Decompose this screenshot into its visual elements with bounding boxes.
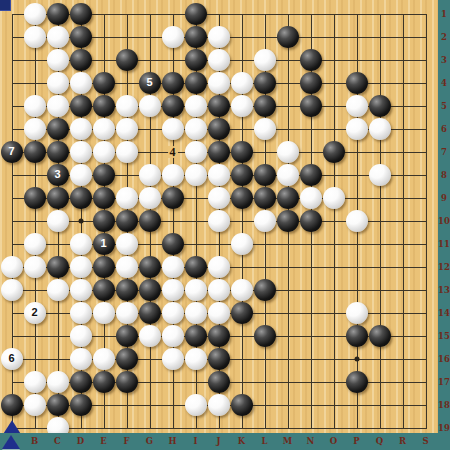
stone-white-H15[interactable] bbox=[162, 325, 184, 347]
stone-black-P4[interactable] bbox=[346, 72, 368, 94]
stone-white-F5[interactable] bbox=[116, 95, 138, 117]
stone-black-C18[interactable] bbox=[47, 394, 69, 416]
stone-black-F16[interactable] bbox=[116, 348, 138, 370]
stone-black-J5[interactable] bbox=[208, 95, 230, 117]
stone-black-Q15[interactable] bbox=[369, 325, 391, 347]
move-number-label: 5 bbox=[146, 77, 152, 88]
stone-black-C9[interactable] bbox=[47, 187, 69, 209]
stone-white-K13[interactable] bbox=[231, 279, 253, 301]
row-label-14: 14 bbox=[438, 308, 450, 318]
row-label-13: 13 bbox=[438, 285, 450, 295]
corner-square-icon bbox=[0, 0, 11, 11]
column-label-K: K bbox=[238, 436, 245, 446]
stone-white-N9[interactable] bbox=[300, 187, 322, 209]
stone-white-M8[interactable] bbox=[277, 164, 299, 186]
stone-white-I16[interactable] bbox=[185, 348, 207, 370]
stone-white-D4[interactable] bbox=[70, 72, 92, 94]
stone-white-B17[interactable] bbox=[24, 371, 46, 393]
stone-white-C5[interactable] bbox=[47, 95, 69, 117]
stone-white-C2[interactable] bbox=[47, 26, 69, 48]
row-label-7: 7 bbox=[441, 147, 447, 157]
column-label-F: F bbox=[123, 436, 129, 446]
stone-black-I1[interactable] bbox=[185, 3, 207, 25]
stone-white-J14[interactable] bbox=[208, 302, 230, 324]
stone-white-C3[interactable] bbox=[47, 49, 69, 71]
stone-white-J13[interactable] bbox=[208, 279, 230, 301]
stone-black-E11[interactable]: 1 bbox=[93, 233, 115, 255]
grid-line bbox=[380, 14, 381, 429]
row-label-16: 16 bbox=[438, 354, 450, 364]
stone-white-G15[interactable] bbox=[139, 325, 161, 347]
column-label-H: H bbox=[168, 436, 176, 446]
stone-black-C1[interactable] bbox=[47, 3, 69, 25]
stone-black-N3[interactable] bbox=[300, 49, 322, 71]
stone-black-N4[interactable] bbox=[300, 72, 322, 94]
stone-white-I18[interactable] bbox=[185, 394, 207, 416]
row-label-11: 11 bbox=[438, 239, 450, 249]
stone-white-J18[interactable] bbox=[208, 394, 230, 416]
stone-black-N5[interactable] bbox=[300, 95, 322, 117]
stone-white-B14[interactable]: 2 bbox=[24, 302, 46, 324]
stone-white-M7[interactable] bbox=[277, 141, 299, 163]
stone-black-L5[interactable] bbox=[254, 95, 276, 117]
stone-black-K8[interactable] bbox=[231, 164, 253, 186]
triangle-icon bbox=[3, 420, 21, 434]
stone-black-D9[interactable] bbox=[70, 187, 92, 209]
stone-white-C17[interactable] bbox=[47, 371, 69, 393]
column-label-E: E bbox=[100, 436, 106, 446]
stone-white-J12[interactable] bbox=[208, 256, 230, 278]
move-number-label: 3 bbox=[54, 169, 60, 180]
stone-white-D16[interactable] bbox=[70, 348, 92, 370]
stone-white-B1[interactable] bbox=[24, 3, 46, 25]
stone-black-B7[interactable] bbox=[24, 141, 46, 163]
stone-black-G12[interactable] bbox=[139, 256, 161, 278]
go-app-window: 5731264 12345678910111213141516171819 AB… bbox=[0, 0, 450, 450]
stone-white-F14[interactable] bbox=[116, 302, 138, 324]
stone-black-H9[interactable] bbox=[162, 187, 184, 209]
row-label-9: 9 bbox=[441, 193, 447, 203]
stone-black-H4[interactable] bbox=[162, 72, 184, 94]
stone-white-Q6[interactable] bbox=[369, 118, 391, 140]
stone-white-F9[interactable] bbox=[116, 187, 138, 209]
stone-black-I3[interactable] bbox=[185, 49, 207, 71]
stone-white-I5[interactable] bbox=[185, 95, 207, 117]
stone-white-H8[interactable] bbox=[162, 164, 184, 186]
stone-white-J9[interactable] bbox=[208, 187, 230, 209]
stone-black-B9[interactable] bbox=[24, 187, 46, 209]
stone-black-K18[interactable] bbox=[231, 394, 253, 416]
stone-black-G4[interactable]: 5 bbox=[139, 72, 161, 94]
column-label-J: J bbox=[216, 436, 220, 446]
stone-black-G13[interactable] bbox=[139, 279, 161, 301]
stone-black-P17[interactable] bbox=[346, 371, 368, 393]
stone-white-P14[interactable] bbox=[346, 302, 368, 324]
stone-white-L3[interactable] bbox=[254, 49, 276, 71]
stone-black-D1[interactable] bbox=[70, 3, 92, 25]
stone-black-K7[interactable] bbox=[231, 141, 253, 163]
grid-line bbox=[12, 428, 427, 429]
move-number-label: 1 bbox=[100, 238, 106, 249]
column-label-R: R bbox=[399, 436, 406, 446]
stone-white-J3[interactable] bbox=[208, 49, 230, 71]
stone-white-O9[interactable] bbox=[323, 187, 345, 209]
row-coordinates-strip: 12345678910111213141516171819 bbox=[438, 0, 450, 433]
stone-black-Q5[interactable] bbox=[369, 95, 391, 117]
stone-black-J16[interactable] bbox=[208, 348, 230, 370]
stone-white-F12[interactable] bbox=[116, 256, 138, 278]
stone-black-I15[interactable] bbox=[185, 325, 207, 347]
stone-black-O7[interactable] bbox=[323, 141, 345, 163]
stone-white-D13[interactable] bbox=[70, 279, 92, 301]
column-label-G: G bbox=[146, 436, 153, 446]
stone-white-D11[interactable] bbox=[70, 233, 92, 255]
stone-white-B11[interactable] bbox=[24, 233, 46, 255]
stone-white-P10[interactable] bbox=[346, 210, 368, 232]
stone-black-E10[interactable] bbox=[93, 210, 115, 232]
stone-white-P6[interactable] bbox=[346, 118, 368, 140]
stone-black-K14[interactable] bbox=[231, 302, 253, 324]
column-label-P: P bbox=[353, 436, 359, 446]
star-point bbox=[354, 356, 359, 361]
row-label-4: 4 bbox=[441, 78, 447, 88]
row-label-19: 19 bbox=[438, 423, 450, 433]
column-label-I: I bbox=[194, 436, 198, 446]
stone-white-G9[interactable] bbox=[139, 187, 161, 209]
stone-black-E4[interactable] bbox=[93, 72, 115, 94]
stone-black-F15[interactable] bbox=[116, 325, 138, 347]
stone-white-H12[interactable] bbox=[162, 256, 184, 278]
stone-white-L6[interactable] bbox=[254, 118, 276, 140]
stone-black-N8[interactable] bbox=[300, 164, 322, 186]
stone-white-F11[interactable] bbox=[116, 233, 138, 255]
column-label-B: B bbox=[31, 436, 38, 446]
stone-black-I12[interactable] bbox=[185, 256, 207, 278]
stone-white-Q8[interactable] bbox=[369, 164, 391, 186]
stone-black-E5[interactable] bbox=[93, 95, 115, 117]
stone-white-F6[interactable] bbox=[116, 118, 138, 140]
row-label-5: 5 bbox=[441, 101, 447, 111]
stone-black-F3[interactable] bbox=[116, 49, 138, 71]
row-label-1: 1 bbox=[441, 9, 447, 19]
stone-black-J6[interactable] bbox=[208, 118, 230, 140]
stone-white-E14[interactable] bbox=[93, 302, 115, 324]
stone-black-E9[interactable] bbox=[93, 187, 115, 209]
stone-black-L13[interactable] bbox=[254, 279, 276, 301]
triangle-icon bbox=[2, 435, 20, 449]
stone-white-J8[interactable] bbox=[208, 164, 230, 186]
grid-line bbox=[426, 14, 427, 429]
column-label-D: D bbox=[77, 436, 84, 446]
row-label-15: 15 bbox=[438, 331, 450, 341]
stone-white-H13[interactable] bbox=[162, 279, 184, 301]
row-label-6: 6 bbox=[441, 124, 447, 134]
stone-black-C12[interactable] bbox=[47, 256, 69, 278]
row-label-12: 12 bbox=[438, 262, 450, 272]
stone-white-K4[interactable] bbox=[231, 72, 253, 94]
stone-white-G5[interactable] bbox=[139, 95, 161, 117]
row-label-3: 3 bbox=[441, 55, 447, 65]
stone-white-H2[interactable] bbox=[162, 26, 184, 48]
stone-white-C10[interactable] bbox=[47, 210, 69, 232]
grid-line bbox=[334, 14, 335, 429]
stone-white-D14[interactable] bbox=[70, 302, 92, 324]
stone-white-B2[interactable] bbox=[24, 26, 46, 48]
stone-black-J7[interactable] bbox=[208, 141, 230, 163]
stone-white-K5[interactable] bbox=[231, 95, 253, 117]
stone-black-M2[interactable] bbox=[277, 26, 299, 48]
stone-black-C6[interactable] bbox=[47, 118, 69, 140]
stone-black-D2[interactable] bbox=[70, 26, 92, 48]
stone-white-G8[interactable] bbox=[139, 164, 161, 186]
stone-white-L10[interactable] bbox=[254, 210, 276, 232]
stone-black-I4[interactable] bbox=[185, 72, 207, 94]
grid-line bbox=[403, 14, 404, 429]
stone-white-D15[interactable] bbox=[70, 325, 92, 347]
stone-white-P5[interactable] bbox=[346, 95, 368, 117]
stone-white-D7[interactable] bbox=[70, 141, 92, 163]
stone-white-I6[interactable] bbox=[185, 118, 207, 140]
column-label-L: L bbox=[262, 436, 268, 446]
stone-white-I7[interactable] bbox=[185, 141, 207, 163]
stone-black-L15[interactable] bbox=[254, 325, 276, 347]
nav-triangle-button[interactable] bbox=[2, 435, 20, 449]
stone-white-K11[interactable] bbox=[231, 233, 253, 255]
stone-black-J17[interactable] bbox=[208, 371, 230, 393]
stone-black-F13[interactable] bbox=[116, 279, 138, 301]
stone-black-A18[interactable] bbox=[1, 394, 23, 416]
stone-black-N10[interactable] bbox=[300, 210, 322, 232]
stone-black-L4[interactable] bbox=[254, 72, 276, 94]
stone-black-L9[interactable] bbox=[254, 187, 276, 209]
stone-black-D3[interactable] bbox=[70, 49, 92, 71]
stone-black-F10[interactable] bbox=[116, 210, 138, 232]
stone-black-E8[interactable] bbox=[93, 164, 115, 186]
move-number-label: 6 bbox=[8, 353, 14, 364]
stone-white-E7[interactable] bbox=[93, 141, 115, 163]
stone-white-H14[interactable] bbox=[162, 302, 184, 324]
column-coordinates-strip: ABCDEFGHIJKLMNOPQRS bbox=[0, 433, 450, 450]
stone-white-E6[interactable] bbox=[93, 118, 115, 140]
stone-white-H6[interactable] bbox=[162, 118, 184, 140]
stone-black-I2[interactable] bbox=[185, 26, 207, 48]
stone-black-D5[interactable] bbox=[70, 95, 92, 117]
column-label-S: S bbox=[422, 436, 428, 446]
stone-black-P15[interactable] bbox=[346, 325, 368, 347]
stone-white-D12[interactable] bbox=[70, 256, 92, 278]
stone-white-A16[interactable]: 6 bbox=[1, 348, 23, 370]
stone-white-J10[interactable] bbox=[208, 210, 230, 232]
stone-black-J15[interactable] bbox=[208, 325, 230, 347]
stone-black-C8[interactable]: 3 bbox=[47, 164, 69, 186]
stone-white-B6[interactable] bbox=[24, 118, 46, 140]
row-label-8: 8 bbox=[441, 170, 447, 180]
column-label-C: C bbox=[54, 436, 61, 446]
move-number-label: 2 bbox=[31, 307, 37, 318]
stone-black-K9[interactable] bbox=[231, 187, 253, 209]
row-label-17: 17 bbox=[438, 377, 450, 387]
stone-white-E16[interactable] bbox=[93, 348, 115, 370]
stone-black-A7[interactable]: 7 bbox=[1, 141, 23, 163]
row-label-2: 2 bbox=[441, 32, 447, 42]
stone-white-J2[interactable] bbox=[208, 26, 230, 48]
stone-black-E13[interactable] bbox=[93, 279, 115, 301]
move-number-label-empty-point: 4 bbox=[168, 146, 178, 158]
stone-black-E17[interactable] bbox=[93, 371, 115, 393]
stone-white-D8[interactable] bbox=[70, 164, 92, 186]
board-triangle-marker bbox=[3, 420, 21, 434]
stone-black-M9[interactable] bbox=[277, 187, 299, 209]
stone-black-C7[interactable] bbox=[47, 141, 69, 163]
stone-white-B5[interactable] bbox=[24, 95, 46, 117]
column-label-M: M bbox=[283, 436, 292, 446]
stone-black-L8[interactable] bbox=[254, 164, 276, 186]
go-board[interactable]: 5731264 bbox=[0, 0, 438, 433]
stone-white-F7[interactable] bbox=[116, 141, 138, 163]
stone-white-I13[interactable] bbox=[185, 279, 207, 301]
stone-black-H11[interactable] bbox=[162, 233, 184, 255]
column-label-N: N bbox=[307, 436, 315, 446]
stone-white-B18[interactable] bbox=[24, 394, 46, 416]
stone-white-C13[interactable] bbox=[47, 279, 69, 301]
stone-white-A13[interactable] bbox=[1, 279, 23, 301]
stone-black-M10[interactable] bbox=[277, 210, 299, 232]
stone-black-D18[interactable] bbox=[70, 394, 92, 416]
stone-black-H5[interactable] bbox=[162, 95, 184, 117]
column-label-Q: Q bbox=[376, 436, 383, 446]
column-label-O: O bbox=[330, 436, 337, 446]
stone-black-E12[interactable] bbox=[93, 256, 115, 278]
stone-white-D6[interactable] bbox=[70, 118, 92, 140]
stone-white-A12[interactable] bbox=[1, 256, 23, 278]
stone-black-G10[interactable] bbox=[139, 210, 161, 232]
stone-black-G14[interactable] bbox=[139, 302, 161, 324]
stone-white-I8[interactable] bbox=[185, 164, 207, 186]
stone-white-H16[interactable] bbox=[162, 348, 184, 370]
stone-white-C4[interactable] bbox=[47, 72, 69, 94]
stone-white-B12[interactable] bbox=[24, 256, 46, 278]
row-label-10: 10 bbox=[438, 216, 450, 226]
stone-black-D17[interactable] bbox=[70, 371, 92, 393]
move-number-label: 7 bbox=[8, 146, 14, 157]
star-point bbox=[78, 218, 83, 223]
stone-black-F17[interactable] bbox=[116, 371, 138, 393]
stone-white-J4[interactable] bbox=[208, 72, 230, 94]
row-label-18: 18 bbox=[438, 400, 450, 410]
stone-white-I14[interactable] bbox=[185, 302, 207, 324]
